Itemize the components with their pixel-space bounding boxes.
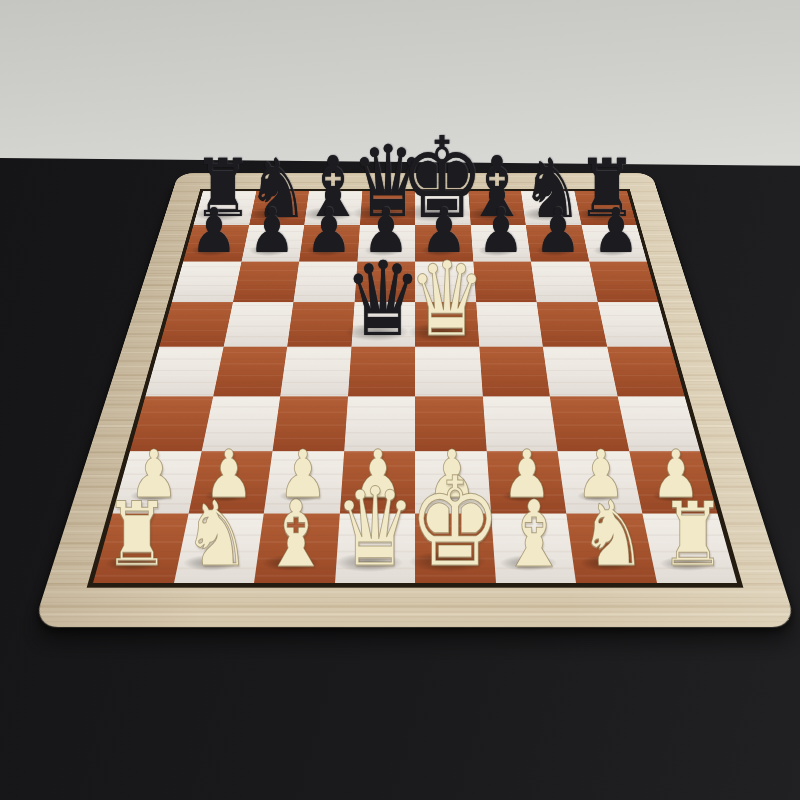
square-d4 (348, 347, 415, 396)
square-c4 (280, 347, 351, 396)
square-f7 (470, 225, 531, 262)
square-a6 (172, 262, 241, 302)
square-d6 (354, 262, 415, 302)
square-h3 (617, 396, 700, 451)
square-e2 (415, 451, 491, 513)
square-e5 (415, 302, 479, 347)
square-b5 (223, 302, 293, 347)
square-a3 (130, 396, 213, 451)
square-h2 (629, 451, 718, 513)
square-g3 (550, 396, 629, 451)
square-g8 (521, 191, 581, 225)
square-h8 (574, 191, 636, 225)
square-f4 (479, 347, 550, 396)
square-c8 (304, 191, 362, 225)
square-b2 (188, 451, 272, 513)
square-h4 (607, 347, 685, 396)
square-g4 (543, 347, 617, 396)
square-f3 (482, 396, 557, 451)
square-a4 (145, 347, 223, 396)
square-a8 (194, 191, 256, 225)
square-a1 (93, 513, 188, 583)
square-f5 (476, 302, 543, 347)
square-c6 (293, 262, 357, 302)
square-f1 (491, 513, 576, 583)
square-f6 (473, 262, 537, 302)
square-f8 (468, 191, 526, 225)
square-c2 (264, 451, 344, 513)
square-c1 (254, 513, 339, 583)
square-b8 (249, 191, 309, 225)
square-b1 (174, 513, 264, 583)
square-g5 (537, 302, 607, 347)
square-d2 (339, 451, 415, 513)
square-c3 (272, 396, 347, 451)
chess-board (93, 191, 737, 583)
square-e8 (415, 191, 470, 225)
square-e3 (415, 396, 486, 451)
square-h7 (581, 225, 647, 262)
square-c5 (287, 302, 354, 347)
square-d3 (344, 396, 415, 451)
square-a5 (159, 302, 232, 347)
square-d5 (351, 302, 415, 347)
square-a7 (183, 225, 249, 262)
square-e4 (415, 347, 482, 396)
square-a2 (113, 451, 202, 513)
square-e1 (415, 513, 496, 583)
square-e6 (415, 262, 476, 302)
square-g2 (558, 451, 642, 513)
square-h6 (589, 262, 658, 302)
square-h1 (642, 513, 737, 583)
square-d7 (357, 225, 415, 262)
square-d8 (360, 191, 415, 225)
square-c7 (299, 225, 360, 262)
square-g6 (531, 262, 597, 302)
square-b7 (241, 225, 304, 262)
square-d1 (335, 513, 416, 583)
square-g1 (566, 513, 656, 583)
square-g7 (526, 225, 589, 262)
square-f2 (486, 451, 566, 513)
square-b3 (201, 396, 280, 451)
square-e7 (415, 225, 473, 262)
square-b4 (213, 347, 287, 396)
square-h5 (597, 302, 670, 347)
square-b6 (233, 262, 299, 302)
